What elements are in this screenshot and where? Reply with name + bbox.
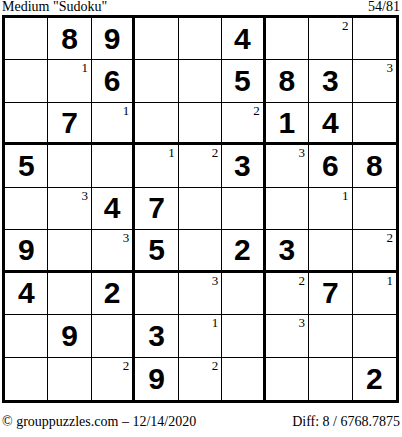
cell-r6c6[interactable]: 2 [222,230,265,272]
cell-r5c5[interactable] [179,188,222,230]
pencil-mark: 1 [81,61,88,75]
given-digit: 3 [234,151,251,181]
cell-r5c3[interactable]: 4 [92,188,135,230]
cell-r1c6[interactable]: 4 [222,18,265,60]
cell-r9c1[interactable] [5,358,48,400]
cell-r4c4[interactable]: 1 [135,145,178,187]
pencil-mark: 3 [81,189,88,203]
cell-r1c1[interactable] [5,18,48,60]
given-digit: 8 [61,24,78,54]
given-digit: 4 [322,108,339,138]
cell-r7c7[interactable]: 2 [266,273,309,315]
cell-r8c6[interactable] [222,315,265,357]
pencil-mark: 3 [299,316,306,330]
given-digit: 2 [366,364,383,394]
cell-r1c3[interactable]: 9 [92,18,135,60]
cell-r8c4[interactable]: 3 [135,315,178,357]
pencil-mark: 3 [212,274,219,288]
cell-r6c8[interactable] [309,230,352,272]
footer: © grouppuzzles.com – 12/14/2020 Diff: 8 … [2,414,400,430]
cell-r5c8[interactable]: 1 [309,188,352,230]
cell-r7c2[interactable] [48,273,91,315]
remaining-counter: 54/81 [368,0,400,14]
given-digit: 9 [148,364,165,394]
cell-r4c9[interactable]: 8 [353,145,396,187]
pencil-mark: 2 [342,19,349,33]
cell-r6c3[interactable]: 3 [92,230,135,272]
cell-r5c2[interactable]: 3 [48,188,91,230]
puzzle-page: Medium "Sudoku" 54/81 894216583371214512… [0,0,402,437]
given-digit: 1 [279,108,296,138]
cell-r2c6[interactable]: 5 [222,60,265,102]
pencil-mark: 1 [342,189,349,203]
cell-r8c9[interactable] [353,315,396,357]
cell-r3c1[interactable] [5,103,48,145]
cell-r7c3[interactable]: 2 [92,273,135,315]
cell-r3c2[interactable]: 7 [48,103,91,145]
difficulty-text: Diff: 8 / 6768.7875 [292,414,400,430]
cell-r7c4[interactable] [135,273,178,315]
given-digit: 7 [61,108,78,138]
cell-r7c8[interactable]: 7 [309,273,352,315]
given-digit: 5 [148,235,165,265]
sudoku-grid: 8942165833712145123368347193523242327193… [2,15,399,403]
given-digit: 7 [322,278,339,308]
cell-r7c9[interactable]: 1 [353,273,396,315]
cell-r2c9[interactable]: 3 [353,60,396,102]
cell-r5c7[interactable] [266,188,309,230]
cell-r5c9[interactable] [353,188,396,230]
copyright-text: © grouppuzzles.com – 12/14/2020 [2,414,196,430]
pencil-mark: 3 [299,146,306,160]
pencil-mark: 1 [168,146,175,160]
given-digit: 4 [234,24,251,54]
pencil-mark: 2 [123,359,130,373]
cell-r8c7[interactable]: 3 [266,315,309,357]
given-digit: 9 [104,24,121,54]
cell-r4c5[interactable]: 2 [179,145,222,187]
cell-r6c1[interactable]: 9 [5,230,48,272]
cell-r9c9[interactable]: 2 [353,358,396,400]
cell-r5c1[interactable] [5,188,48,230]
cell-r9c7[interactable] [266,358,309,400]
cell-r3c4[interactable] [135,103,178,145]
cell-r5c4[interactable]: 7 [135,188,178,230]
cell-r2c1[interactable] [5,60,48,102]
cell-r6c7[interactable]: 3 [266,230,309,272]
given-digit: 9 [61,321,78,351]
cell-r8c3[interactable] [92,315,135,357]
given-digit: 8 [279,66,296,96]
given-digit: 6 [322,151,339,181]
given-digit: 2 [234,235,251,265]
cell-r4c7[interactable]: 3 [266,145,309,187]
cell-r1c7[interactable] [266,18,309,60]
cell-r1c5[interactable] [179,18,222,60]
given-digit: 4 [18,278,35,308]
cell-r9c6[interactable] [222,358,265,400]
cell-r9c5[interactable]: 2 [179,358,222,400]
cell-r4c3[interactable] [92,145,135,187]
given-digit: 5 [18,151,35,181]
cell-r6c9[interactable]: 2 [353,230,396,272]
cell-r2c7[interactable]: 8 [266,60,309,102]
cell-r2c3[interactable]: 6 [92,60,135,102]
cell-r9c3[interactable]: 2 [92,358,135,400]
cell-r9c8[interactable] [309,358,352,400]
cell-r7c5[interactable]: 3 [179,273,222,315]
cell-r2c8[interactable]: 3 [309,60,352,102]
cell-r6c5[interactable] [179,230,222,272]
given-digit: 3 [279,235,296,265]
cell-r3c5[interactable] [179,103,222,145]
cell-r1c4[interactable] [135,18,178,60]
pencil-mark: 1 [386,274,393,288]
cell-r8c5[interactable]: 1 [179,315,222,357]
pencil-mark: 3 [386,61,393,75]
cell-r2c2[interactable]: 1 [48,60,91,102]
given-digit: 2 [104,278,121,308]
pencil-mark: 2 [212,359,219,373]
pencil-mark: 3 [123,231,130,245]
cell-r3c3[interactable]: 1 [92,103,135,145]
pencil-mark: 2 [253,104,260,118]
cell-r4c6[interactable]: 3 [222,145,265,187]
cell-r3c8[interactable]: 4 [309,103,352,145]
given-digit: 8 [366,151,383,181]
cell-r3c6[interactable]: 2 [222,103,265,145]
cell-r3c7[interactable]: 1 [266,103,309,145]
cell-r4c1[interactable]: 5 [5,145,48,187]
given-digit: 7 [148,193,165,223]
cell-r6c4[interactable]: 5 [135,230,178,272]
cell-r9c4[interactable]: 9 [135,358,178,400]
given-digit: 6 [104,66,121,96]
cell-r5c6[interactable] [222,188,265,230]
cell-r7c6[interactable] [222,273,265,315]
cell-r4c8[interactable]: 6 [309,145,352,187]
given-digit: 9 [18,235,35,265]
given-digit: 4 [104,193,121,223]
cell-r8c8[interactable] [309,315,352,357]
cell-r1c9[interactable] [353,18,396,60]
cell-r3c9[interactable] [353,103,396,145]
given-digit: 5 [234,66,251,96]
cell-r1c8[interactable]: 2 [309,18,352,60]
cell-r8c1[interactable] [5,315,48,357]
given-digit: 3 [148,321,165,351]
pencil-mark: 1 [212,316,219,330]
cell-r4c2[interactable] [48,145,91,187]
cell-r2c4[interactable] [135,60,178,102]
cell-r8c2[interactable]: 9 [48,315,91,357]
pencil-mark: 2 [299,274,306,288]
given-digit: 3 [322,66,339,96]
cell-r1c2[interactable]: 8 [48,18,91,60]
pencil-mark: 2 [212,146,219,160]
pencil-mark: 1 [123,104,130,118]
page-title: Medium "Sudoku" [2,0,107,14]
header: Medium "Sudoku" 54/81 [2,0,400,15]
cell-r9c2[interactable] [48,358,91,400]
pencil-mark: 2 [386,231,393,245]
cell-r7c1[interactable]: 4 [5,273,48,315]
cell-r6c2[interactable] [48,230,91,272]
cell-r2c5[interactable] [179,60,222,102]
